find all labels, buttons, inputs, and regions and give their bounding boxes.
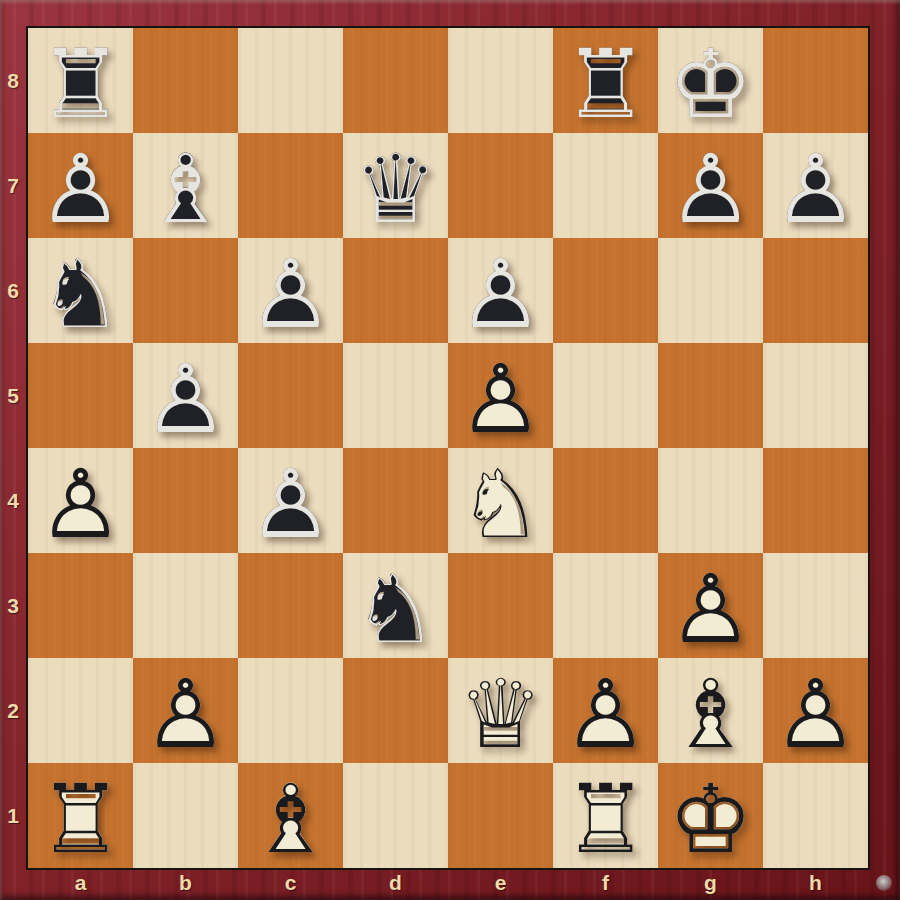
white-pawn-fill: ♟ — [448, 347, 553, 452]
square-b7[interactable]: ♝♗ — [133, 133, 238, 238]
square-f2[interactable]: ♟♙ — [553, 658, 658, 763]
square-e5[interactable]: ♟♙ — [448, 343, 553, 448]
file-label-g: g — [658, 868, 763, 898]
square-f4[interactable] — [553, 448, 658, 553]
square-g7[interactable]: ♟♙ — [658, 133, 763, 238]
rank-label-8: 8 — [0, 28, 26, 133]
square-d1[interactable] — [343, 763, 448, 868]
black-knight-icon[interactable]: ♞♘ — [28, 238, 133, 343]
square-b1[interactable] — [133, 763, 238, 868]
square-d6[interactable] — [343, 238, 448, 343]
white-bishop-fill: ♝ — [658, 662, 763, 767]
square-c4[interactable]: ♟♙ — [238, 448, 343, 553]
square-b6[interactable] — [133, 238, 238, 343]
black-bishop-fill: ♝ — [133, 137, 238, 242]
square-b2[interactable]: ♟♙ — [133, 658, 238, 763]
white-bishop-icon[interactable]: ♝♗ — [658, 658, 763, 763]
square-e1[interactable] — [448, 763, 553, 868]
square-c6[interactable]: ♟♙ — [238, 238, 343, 343]
black-bishop-icon[interactable]: ♝♗ — [133, 133, 238, 238]
black-pawn-outline: ♙ — [238, 452, 343, 557]
rank-label-1: 1 — [0, 763, 26, 868]
square-c7[interactable] — [238, 133, 343, 238]
white-bishop-fill: ♝ — [238, 767, 343, 872]
square-g1[interactable]: ♚♔ — [658, 763, 763, 868]
square-g3[interactable]: ♟♙ — [658, 553, 763, 658]
file-label-b: b — [133, 868, 238, 898]
square-h2[interactable]: ♟♙ — [763, 658, 868, 763]
file-label-h: h — [763, 868, 868, 898]
square-e8[interactable] — [448, 28, 553, 133]
white-pawn-fill: ♟ — [133, 662, 238, 767]
black-knight-outline: ♘ — [343, 557, 448, 662]
black-pawn-icon[interactable]: ♟♙ — [238, 238, 343, 343]
square-e3[interactable] — [448, 553, 553, 658]
square-a6[interactable]: ♞♘ — [28, 238, 133, 343]
square-a5[interactable] — [28, 343, 133, 448]
white-pawn-outline: ♙ — [28, 452, 133, 557]
white-rook-fill: ♜ — [553, 767, 658, 872]
square-e7[interactable] — [448, 133, 553, 238]
black-pawn-outline: ♙ — [133, 347, 238, 452]
black-pawn-icon[interactable]: ♟♙ — [658, 133, 763, 238]
square-d3[interactable]: ♞♘ — [343, 553, 448, 658]
square-h3[interactable] — [763, 553, 868, 658]
white-rook-fill: ♜ — [28, 767, 133, 872]
square-b3[interactable] — [133, 553, 238, 658]
black-knight-icon[interactable]: ♞♘ — [343, 553, 448, 658]
white-rook-outline: ♖ — [28, 767, 133, 872]
black-knight-fill: ♞ — [28, 242, 133, 347]
square-g6[interactable] — [658, 238, 763, 343]
black-pawn-fill: ♟ — [238, 242, 343, 347]
square-f6[interactable] — [553, 238, 658, 343]
white-rook-outline: ♖ — [553, 767, 658, 872]
white-queen-fill: ♛ — [448, 662, 553, 767]
board: ♜♖♜♖♚♔♟♙♝♗♛♕♟♙♟♙♞♘♟♙♟♙♟♙♟♙♟♙♟♙♞♘♞♘♟♙♟♙♛♕… — [26, 26, 870, 870]
rank-label-7: 7 — [0, 133, 26, 238]
square-f5[interactable] — [553, 343, 658, 448]
square-a3[interactable] — [28, 553, 133, 658]
black-rook-fill: ♜ — [28, 32, 133, 137]
square-a2[interactable] — [28, 658, 133, 763]
black-pawn-icon[interactable]: ♟♙ — [133, 343, 238, 448]
square-h7[interactable]: ♟♙ — [763, 133, 868, 238]
black-pawn-icon[interactable]: ♟♙ — [28, 133, 133, 238]
file-label-e: e — [448, 868, 553, 898]
rank-label-6: 6 — [0, 238, 26, 343]
black-pawn-outline: ♙ — [448, 242, 553, 347]
square-a4[interactable]: ♟♙ — [28, 448, 133, 553]
rank-label-3: 3 — [0, 553, 26, 658]
black-pawn-outline: ♙ — [763, 137, 868, 242]
white-queen-outline: ♕ — [448, 662, 553, 767]
square-d2[interactable] — [343, 658, 448, 763]
rank-labels: 87654321 — [0, 28, 26, 868]
black-rook-fill: ♜ — [553, 32, 658, 137]
white-knight-outline: ♘ — [448, 452, 553, 557]
white-rook-icon[interactable]: ♜♖ — [553, 763, 658, 868]
black-king-icon[interactable]: ♚♔ — [658, 28, 763, 133]
square-d7[interactable]: ♛♕ — [343, 133, 448, 238]
white-pawn-icon[interactable]: ♟♙ — [658, 553, 763, 658]
black-pawn-fill: ♟ — [133, 347, 238, 452]
black-pawn-fill: ♟ — [448, 242, 553, 347]
square-g4[interactable] — [658, 448, 763, 553]
black-rook-icon[interactable]: ♜♖ — [553, 28, 658, 133]
watermark-dot — [876, 875, 892, 891]
black-pawn-outline: ♙ — [28, 137, 133, 242]
black-king-outline: ♔ — [658, 32, 763, 137]
square-f1[interactable]: ♜♖ — [553, 763, 658, 868]
square-c1[interactable]: ♝♗ — [238, 763, 343, 868]
black-knight-outline: ♘ — [28, 242, 133, 347]
white-king-icon[interactable]: ♚♔ — [658, 763, 763, 868]
white-pawn-icon[interactable]: ♟♙ — [448, 343, 553, 448]
square-h5[interactable] — [763, 343, 868, 448]
black-pawn-fill: ♟ — [28, 137, 133, 242]
square-a7[interactable]: ♟♙ — [28, 133, 133, 238]
square-c3[interactable] — [238, 553, 343, 658]
white-pawn-fill: ♟ — [658, 557, 763, 662]
white-pawn-outline: ♙ — [553, 662, 658, 767]
square-c5[interactable] — [238, 343, 343, 448]
square-b5[interactable]: ♟♙ — [133, 343, 238, 448]
black-rook-outline: ♖ — [28, 32, 133, 137]
square-g2[interactable]: ♝♗ — [658, 658, 763, 763]
black-pawn-outline: ♙ — [238, 242, 343, 347]
white-pawn-icon[interactable]: ♟♙ — [133, 658, 238, 763]
black-queen-icon[interactable]: ♛♕ — [343, 133, 448, 238]
square-f8[interactable]: ♜♖ — [553, 28, 658, 133]
square-f7[interactable] — [553, 133, 658, 238]
white-pawn-icon[interactable]: ♟♙ — [763, 658, 868, 763]
square-f3[interactable] — [553, 553, 658, 658]
black-queen-outline: ♕ — [343, 137, 448, 242]
black-pawn-fill: ♟ — [658, 137, 763, 242]
white-king-outline: ♔ — [658, 767, 763, 872]
file-label-f: f — [553, 868, 658, 898]
board-frame: 87654321 abcdefgh ♜♖♜♖♚♔♟♙♝♗♛♕♟♙♟♙♞♘♟♙♟♙… — [0, 0, 900, 900]
black-king-fill: ♚ — [658, 32, 763, 137]
black-pawn-outline: ♙ — [658, 137, 763, 242]
black-pawn-icon[interactable]: ♟♙ — [763, 133, 868, 238]
white-knight-fill: ♞ — [448, 452, 553, 557]
square-h4[interactable] — [763, 448, 868, 553]
black-pawn-icon[interactable]: ♟♙ — [238, 448, 343, 553]
white-pawn-fill: ♟ — [28, 452, 133, 557]
rank-label-5: 5 — [0, 343, 26, 448]
square-d5[interactable] — [343, 343, 448, 448]
white-pawn-outline: ♙ — [763, 662, 868, 767]
white-pawn-icon[interactable]: ♟♙ — [553, 658, 658, 763]
white-knight-icon[interactable]: ♞♘ — [448, 448, 553, 553]
rank-label-4: 4 — [0, 448, 26, 553]
file-label-d: d — [343, 868, 448, 898]
black-rook-icon[interactable]: ♜♖ — [28, 28, 133, 133]
file-label-a: a — [28, 868, 133, 898]
square-b4[interactable] — [133, 448, 238, 553]
white-queen-icon[interactable]: ♛♕ — [448, 658, 553, 763]
rank-label-2: 2 — [0, 658, 26, 763]
square-d4[interactable] — [343, 448, 448, 553]
white-pawn-fill: ♟ — [553, 662, 658, 767]
white-bishop-icon[interactable]: ♝♗ — [238, 763, 343, 868]
black-pawn-fill: ♟ — [763, 137, 868, 242]
square-e6[interactable]: ♟♙ — [448, 238, 553, 343]
white-pawn-outline: ♙ — [658, 557, 763, 662]
square-a1[interactable]: ♜♖ — [28, 763, 133, 868]
square-e2[interactable]: ♛♕ — [448, 658, 553, 763]
black-pawn-icon[interactable]: ♟♙ — [448, 238, 553, 343]
black-rook-outline: ♖ — [553, 32, 658, 137]
square-h8[interactable] — [763, 28, 868, 133]
white-pawn-outline: ♙ — [133, 662, 238, 767]
white-bishop-outline: ♗ — [658, 662, 763, 767]
white-king-fill: ♚ — [658, 767, 763, 872]
file-labels: abcdefgh — [28, 868, 868, 898]
white-bishop-outline: ♗ — [238, 767, 343, 872]
square-c8[interactable] — [238, 28, 343, 133]
white-pawn-outline: ♙ — [448, 347, 553, 452]
square-d8[interactable] — [343, 28, 448, 133]
white-pawn-icon[interactable]: ♟♙ — [28, 448, 133, 553]
square-h6[interactable] — [763, 238, 868, 343]
square-b8[interactable] — [133, 28, 238, 133]
square-h1[interactable] — [763, 763, 868, 868]
square-c2[interactable] — [238, 658, 343, 763]
white-rook-icon[interactable]: ♜♖ — [28, 763, 133, 868]
white-pawn-fill: ♟ — [763, 662, 868, 767]
square-a8[interactable]: ♜♖ — [28, 28, 133, 133]
black-bishop-outline: ♗ — [133, 137, 238, 242]
black-knight-fill: ♞ — [343, 557, 448, 662]
square-g8[interactable]: ♚♔ — [658, 28, 763, 133]
file-label-c: c — [238, 868, 343, 898]
black-queen-fill: ♛ — [343, 137, 448, 242]
black-pawn-fill: ♟ — [238, 452, 343, 557]
square-e4[interactable]: ♞♘ — [448, 448, 553, 553]
square-g5[interactable] — [658, 343, 763, 448]
